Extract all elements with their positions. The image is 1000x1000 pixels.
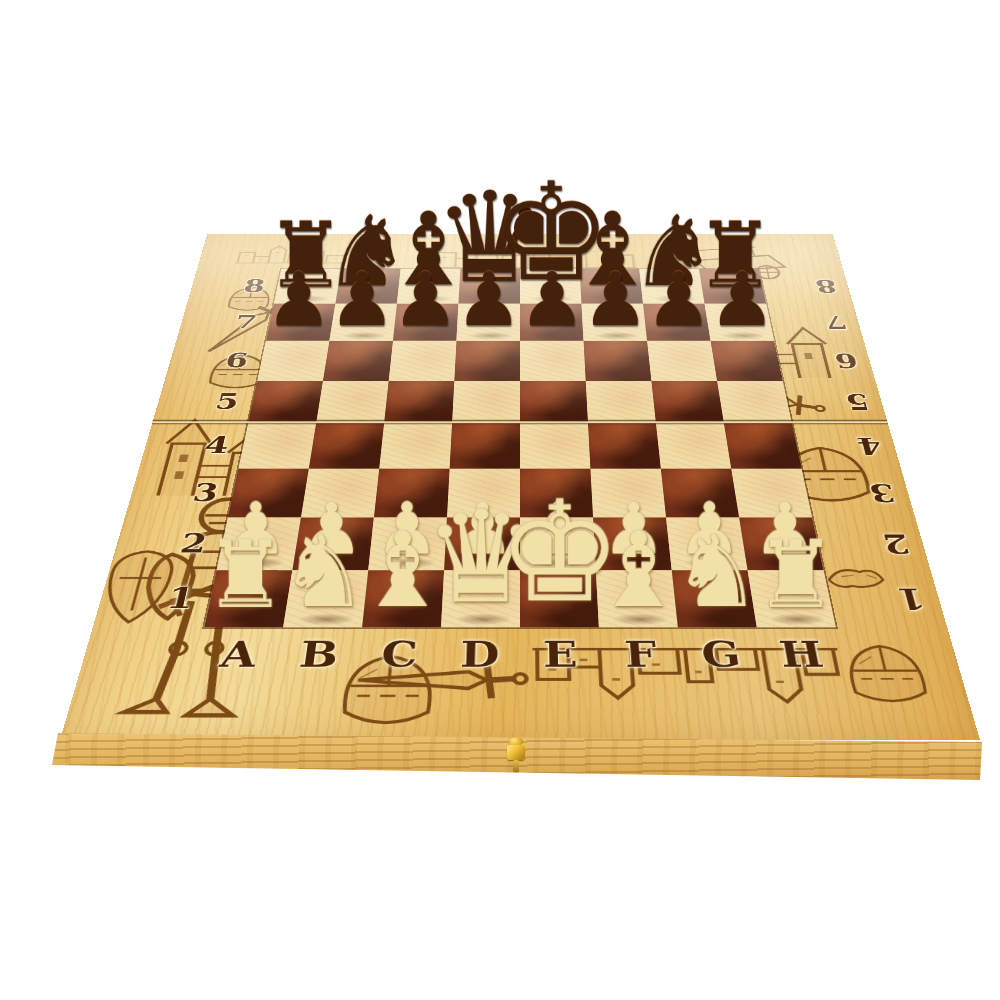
white-knight[interactable]: ♞: [279, 521, 369, 621]
square-a4[interactable]: [238, 423, 316, 469]
square-b5[interactable]: [316, 381, 389, 423]
wooden-board-top: ♜♞♝♛♚♝♞♜♟♟♟♟♟♟♟♟♟♟♟♟♟♟♟♟♜♞♝♛♚♝♞♜ 8765432…: [60, 234, 980, 740]
rank-label-right-8: 8: [763, 269, 849, 304]
rank-label-right-5: 5: [787, 381, 883, 423]
rank-label-right-3: 3: [807, 469, 911, 518]
square-f6[interactable]: [584, 341, 652, 381]
rank-label-right-2: 2: [817, 518, 925, 571]
square-e5[interactable]: [520, 381, 588, 423]
rank-label-left-5: 5: [210, 381, 248, 423]
square-f5[interactable]: [586, 381, 656, 423]
square-b7[interactable]: ♟: [329, 304, 397, 341]
square-e1[interactable]: ♚: [520, 570, 599, 627]
square-g5[interactable]: [651, 381, 724, 423]
rank-label-right-1: 1: [829, 570, 942, 627]
square-e4[interactable]: [520, 423, 590, 469]
file-label-c: C: [356, 627, 441, 682]
square-b4[interactable]: [309, 423, 384, 469]
black-pawn[interactable]: ♟: [265, 263, 332, 338]
white-rook[interactable]: ♜: [203, 529, 286, 621]
black-pawn[interactable]: ♟: [518, 263, 585, 338]
square-c7[interactable]: ♟: [393, 304, 459, 341]
square-g7[interactable]: ♟: [643, 304, 711, 341]
square-f4[interactable]: [588, 423, 661, 469]
white-knight[interactable]: ♞: [672, 521, 762, 621]
square-c5[interactable]: [384, 381, 454, 423]
file-label-b: B: [274, 627, 362, 682]
square-g4[interactable]: [656, 423, 731, 469]
file-label-a: A: [192, 627, 283, 682]
square-h6[interactable]: [711, 341, 783, 381]
square-h1[interactable]: ♜: [748, 570, 836, 627]
black-pawn[interactable]: ♟: [328, 263, 395, 338]
square-b6[interactable]: [323, 341, 393, 381]
square-g6[interactable]: [647, 341, 717, 381]
rank-label-right-4: 4: [797, 423, 896, 469]
square-h5[interactable]: [717, 381, 792, 423]
rank-label-right-6: 6: [779, 341, 871, 381]
file-label-f: F: [599, 627, 684, 682]
square-h7[interactable]: ♟: [705, 304, 775, 341]
file-label-e: E: [520, 627, 602, 682]
square-e6[interactable]: [520, 341, 586, 381]
helmet-icon: [299, 636, 474, 735]
file-label-d: D: [438, 627, 520, 682]
black-pawn[interactable]: ♟: [392, 263, 459, 338]
square-f1[interactable]: ♝: [596, 570, 678, 627]
square-g1[interactable]: ♞: [672, 570, 757, 627]
square-d4[interactable]: [450, 423, 520, 469]
square-e7[interactable]: ♟: [520, 304, 584, 341]
rank-label-left-7: 7: [231, 304, 266, 341]
square-a5[interactable]: [248, 381, 323, 423]
black-pawn[interactable]: ♟: [582, 263, 649, 338]
square-f7[interactable]: ♟: [582, 304, 648, 341]
file-label-g: G: [678, 627, 766, 682]
square-c4[interactable]: [379, 423, 452, 469]
file-labels: ABCDEFGH: [192, 627, 847, 682]
rank-label-left-1: 1: [160, 570, 205, 627]
board-grid: ♜♞♝♛♚♝♞♜♟♟♟♟♟♟♟♟♟♟♟♟♟♟♟♟♜♞♝♛♚♝♞♜: [204, 269, 836, 628]
square-a6[interactable]: [257, 341, 329, 381]
white-bishop[interactable]: ♝: [591, 518, 684, 622]
rank-label-left-4: 4: [199, 423, 238, 469]
square-c6[interactable]: [389, 341, 457, 381]
fold-seam: [152, 420, 889, 425]
board-perspective-wrap: ♜♞♝♛♚♝♞♜♟♟♟♟♟♟♟♟♟♟♟♟♟♟♟♟♜♞♝♛♚♝♞♜ 8765432…: [60, 0, 980, 740]
square-d5[interactable]: [452, 381, 520, 423]
rank-label-left-3: 3: [187, 469, 228, 518]
square-d6[interactable]: [454, 341, 520, 381]
rank-label-right-7: 7: [770, 304, 859, 341]
square-a7[interactable]: ♟: [266, 304, 336, 341]
chess-set-photo: ♜♞♝♛♚♝♞♜♟♟♟♟♟♟♟♟♟♟♟♟♟♟♟♟♜♞♝♛♚♝♞♜ 8765432…: [0, 0, 1000, 1000]
black-pawn[interactable]: ♟: [645, 263, 712, 338]
brass-clasp-icon: [505, 737, 527, 779]
black-pawn[interactable]: ♟: [455, 263, 522, 338]
rank-label-left-6: 6: [221, 341, 257, 381]
file-label-h: H: [757, 627, 848, 682]
square-d7[interactable]: ♟: [456, 304, 520, 341]
square-h4[interactable]: [724, 423, 802, 469]
